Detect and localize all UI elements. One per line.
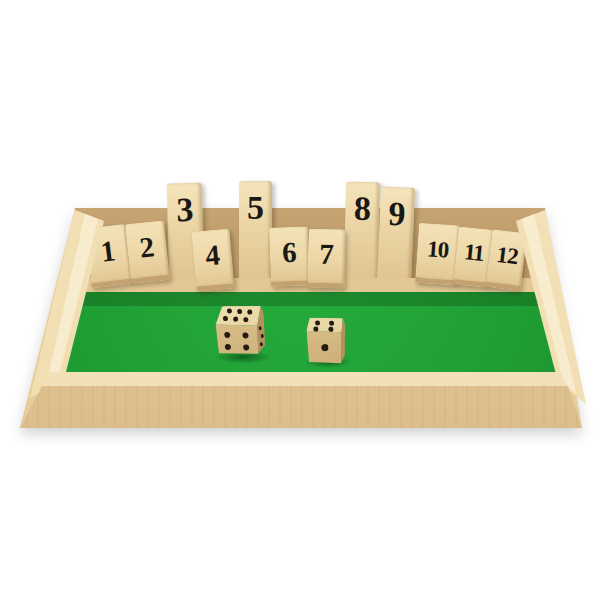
tile-7[interactable]: 7 [307,229,345,289]
tile-12-label: 12 [495,243,519,268]
tile-5-label: 5 [247,191,264,225]
tile-2[interactable]: 2 [125,220,170,284]
tile-7-label: 7 [319,239,334,268]
tile-4-label: 4 [204,240,221,270]
die-right[interactable] [305,315,350,367]
tile-8-label: 8 [354,192,372,226]
tile-4[interactable]: 4 [191,228,234,291]
tile-9-label: 9 [388,197,406,232]
tile-10-label: 10 [427,237,450,261]
tile-11-label: 11 [463,240,485,265]
tile-6-label: 6 [282,237,298,266]
tile-2-label: 2 [138,232,155,262]
tile-3-label: 3 [176,193,194,227]
tile-8[interactable]: 8 [344,182,380,283]
shut-the-box-photo: 3 5 8 9 1 2 4 6 7 10 11 12 [0,0,600,600]
tile-6[interactable]: 6 [269,226,310,286]
tile-9[interactable]: 9 [377,186,415,285]
tile-1-label: 1 [99,236,117,267]
die-left[interactable] [212,301,269,363]
tile-5[interactable]: 5 [239,181,272,283]
